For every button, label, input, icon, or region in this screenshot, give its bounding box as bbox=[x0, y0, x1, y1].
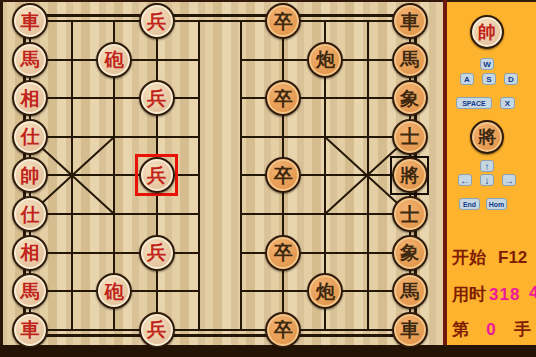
piece-label: 兵 bbox=[147, 166, 166, 185]
piece-black-elephant[interactable]: 象 bbox=[392, 80, 428, 116]
time-value-overflow-digit: 4 bbox=[529, 283, 536, 303]
red-general-icon: 帥 bbox=[470, 15, 504, 49]
piece-black-soldier[interactable]: 卒 bbox=[265, 3, 301, 39]
piece-black-horse[interactable]: 馬 bbox=[392, 42, 428, 78]
piece-red-advisor[interactable]: 仕 bbox=[12, 119, 48, 155]
key-end-icon: End bbox=[459, 198, 480, 210]
piece-black-general[interactable]: 將 bbox=[392, 157, 428, 193]
piece-black-chariot[interactable]: 車 bbox=[392, 312, 428, 348]
piece-label: 卒 bbox=[274, 89, 293, 108]
start-key-label: F12 bbox=[498, 248, 527, 268]
piece-black-advisor[interactable]: 士 bbox=[392, 119, 428, 155]
piece-label: 砲 bbox=[105, 282, 124, 301]
piece-label: 帥 bbox=[21, 166, 40, 185]
piece-red-elephant[interactable]: 相 bbox=[12, 235, 48, 271]
piece-red-soldier[interactable]: 兵 bbox=[139, 157, 175, 193]
piece-black-soldier[interactable]: 卒 bbox=[265, 312, 301, 348]
board-line bbox=[29, 20, 411, 22]
piece-red-soldier[interactable]: 兵 bbox=[139, 235, 175, 271]
board-left-edge bbox=[0, 0, 3, 345]
key-a-icon: A bbox=[460, 73, 474, 85]
move-count: 0 bbox=[486, 320, 496, 340]
piece-red-elephant[interactable]: 相 bbox=[12, 80, 48, 116]
piece-black-cannon[interactable]: 炮 bbox=[307, 42, 343, 78]
piece-label: 馬 bbox=[400, 282, 419, 301]
board-bottom-edge bbox=[0, 345, 536, 357]
piece-red-horse[interactable]: 馬 bbox=[12, 42, 48, 78]
key-d-icon: D bbox=[504, 73, 518, 85]
piece-label: 卒 bbox=[274, 243, 293, 262]
piece-black-advisor[interactable]: 士 bbox=[392, 196, 428, 232]
key-arrow-right-icon: → bbox=[502, 174, 516, 186]
piece-label: 炮 bbox=[316, 282, 335, 301]
piece-label: 仕 bbox=[21, 127, 40, 146]
key-space-icon: SPACE bbox=[456, 97, 492, 109]
key-arrow-up-icon: ↑ bbox=[480, 160, 494, 172]
piece-label: 馬 bbox=[400, 50, 419, 69]
piece-label: 兵 bbox=[147, 320, 166, 339]
piece-label: 卒 bbox=[274, 166, 293, 185]
black-general-icon: 將 bbox=[470, 120, 504, 154]
piece-label: 車 bbox=[400, 320, 419, 339]
start-label: 开始 bbox=[452, 246, 486, 269]
black-general-label: 將 bbox=[478, 128, 496, 146]
piece-label: 車 bbox=[400, 12, 419, 31]
board-line bbox=[29, 329, 411, 331]
move-suffix: 手 bbox=[514, 318, 531, 341]
piece-label: 馬 bbox=[21, 50, 40, 69]
xiangqi-game-window: 車馬相仕帥仕相馬車砲砲兵兵兵兵兵卒卒卒卒卒炮炮車馬象士將士象馬車 帥 W A S… bbox=[0, 0, 536, 357]
key-home-icon: Hom bbox=[486, 198, 507, 210]
red-general-label: 帥 bbox=[478, 23, 496, 41]
piece-label: 兵 bbox=[147, 12, 166, 31]
piece-label: 馬 bbox=[21, 282, 40, 301]
piece-label: 車 bbox=[21, 320, 40, 339]
piece-label: 兵 bbox=[147, 89, 166, 108]
control-sidebar: 帥 W A S D SPACE X 將 ↑ ← ↓ → End Hom 开始 F… bbox=[447, 2, 536, 345]
piece-black-chariot[interactable]: 車 bbox=[392, 3, 428, 39]
piece-label: 砲 bbox=[105, 50, 124, 69]
xiangqi-board[interactable]: 車馬相仕帥仕相馬車砲砲兵兵兵兵兵卒卒卒卒卒炮炮車馬象士將士象馬車 bbox=[0, 0, 443, 345]
move-prefix: 第 bbox=[452, 318, 469, 341]
key-arrow-down-icon: ↓ bbox=[480, 174, 494, 186]
piece-label: 車 bbox=[21, 12, 40, 31]
piece-label: 卒 bbox=[274, 12, 293, 31]
key-arrow-left-icon: ← bbox=[458, 174, 472, 186]
key-s-icon: S bbox=[482, 73, 496, 85]
start-hint: 开始 F12 bbox=[452, 246, 527, 269]
piece-label: 相 bbox=[21, 243, 40, 262]
piece-red-soldier[interactable]: 兵 bbox=[139, 312, 175, 348]
piece-label: 象 bbox=[400, 243, 419, 262]
move-counter: 第 0 手 bbox=[452, 318, 531, 341]
piece-red-cannon[interactable]: 砲 bbox=[96, 42, 132, 78]
piece-label: 炮 bbox=[316, 50, 335, 69]
piece-label: 相 bbox=[21, 89, 40, 108]
piece-black-elephant[interactable]: 象 bbox=[392, 235, 428, 271]
piece-black-horse[interactable]: 馬 bbox=[392, 273, 428, 309]
time-value: 318 bbox=[489, 285, 520, 305]
piece-red-chariot[interactable]: 車 bbox=[12, 312, 48, 348]
piece-red-advisor[interactable]: 仕 bbox=[12, 196, 48, 232]
piece-red-soldier[interactable]: 兵 bbox=[139, 80, 175, 116]
piece-red-chariot[interactable]: 車 bbox=[12, 3, 48, 39]
key-w-icon: W bbox=[480, 58, 494, 70]
piece-label: 將 bbox=[400, 166, 419, 185]
piece-red-soldier[interactable]: 兵 bbox=[139, 3, 175, 39]
piece-label: 仕 bbox=[21, 205, 40, 224]
piece-red-horse[interactable]: 馬 bbox=[12, 273, 48, 309]
piece-label: 兵 bbox=[147, 243, 166, 262]
time-label: 用时 bbox=[452, 283, 486, 306]
time-used: 用时 318 bbox=[452, 283, 520, 306]
key-x-icon: X bbox=[500, 97, 515, 109]
piece-label: 象 bbox=[400, 89, 419, 108]
piece-label: 士 bbox=[400, 205, 419, 224]
piece-label: 卒 bbox=[274, 320, 293, 339]
piece-black-soldier[interactable]: 卒 bbox=[265, 235, 301, 271]
piece-label: 士 bbox=[400, 127, 419, 146]
